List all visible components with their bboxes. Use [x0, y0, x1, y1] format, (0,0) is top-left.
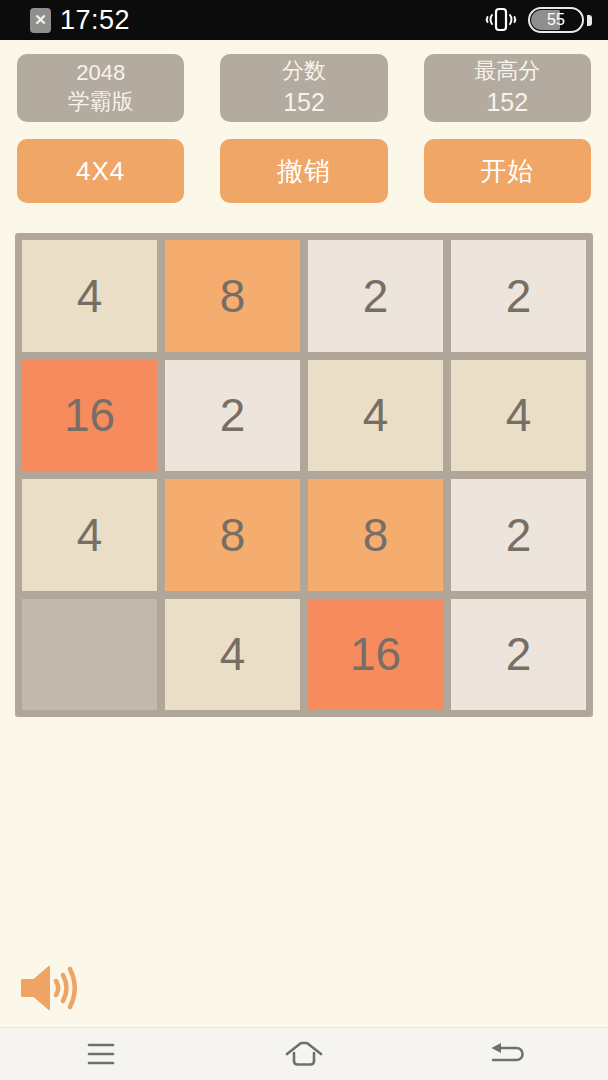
home-button[interactable]	[203, 1028, 406, 1080]
home-icon	[284, 1038, 324, 1070]
clock: 17:52	[60, 5, 130, 36]
title-card: 2048 学霸版	[17, 54, 184, 122]
tile-8-r3c3: 8	[308, 479, 443, 591]
undo-button[interactable]: 撤销	[220, 139, 387, 203]
sim-missing-glyph: ✕	[34, 11, 47, 29]
empty-cell-r4c1	[22, 599, 157, 711]
title-line2: 学霸版	[68, 88, 134, 117]
score-value: 152	[283, 86, 325, 119]
navigation-bar	[0, 1027, 608, 1080]
score-label: 分数	[282, 57, 326, 86]
tile-2-r2c2: 2	[165, 360, 300, 472]
tile-8-r3c2: 8	[165, 479, 300, 591]
menu-icon	[84, 1041, 118, 1067]
start-button[interactable]: 开始	[424, 139, 591, 203]
speaker-button[interactable]	[18, 960, 82, 1016]
tile-16-r4c3: 16	[308, 599, 443, 711]
tile-16-r2c1: 16	[22, 360, 157, 472]
board[interactable]: 48221624448824162	[15, 233, 593, 717]
battery-icon: 55	[528, 7, 584, 33]
tile-4-r4c2: 4	[165, 599, 300, 711]
tile-4-r3c1: 4	[22, 479, 157, 591]
tile-2-r1c4: 2	[451, 240, 586, 352]
status-bar: ✕ 17:52 55	[0, 0, 608, 40]
title-line1: 2048	[76, 59, 125, 88]
back-button[interactable]	[405, 1028, 608, 1080]
tile-4-r2c4: 4	[451, 360, 586, 472]
grid-size-button[interactable]: 4X4	[17, 139, 184, 203]
tile-4-r1c1: 4	[22, 240, 157, 352]
battery-percent: 55	[547, 12, 565, 28]
best-label: 最高分	[474, 57, 540, 86]
vibrate-icon	[484, 6, 518, 34]
best-score-card: 最高分 152	[424, 54, 591, 122]
sim-missing-icon: ✕	[30, 8, 51, 33]
tile-2-r3c4: 2	[451, 479, 586, 591]
score-card: 分数 152	[220, 54, 387, 122]
toolbar: 4X4 撤销 开始	[17, 139, 591, 203]
tile-4-r2c3: 4	[308, 360, 443, 472]
phone-screen: ✕ 17:52 55 2048 学霸版 分数 152	[0, 0, 608, 1080]
speaker-icon	[18, 961, 82, 1015]
tile-2-r4c4: 2	[451, 599, 586, 711]
battery-nub	[587, 15, 592, 26]
tile-8-r1c2: 8	[165, 240, 300, 352]
tile-2-r1c3: 2	[308, 240, 443, 352]
recent-apps-button[interactable]	[0, 1028, 203, 1080]
back-icon	[488, 1041, 526, 1067]
header: 2048 学霸版 分数 152 最高分 152	[17, 54, 591, 122]
best-value: 152	[486, 86, 528, 119]
